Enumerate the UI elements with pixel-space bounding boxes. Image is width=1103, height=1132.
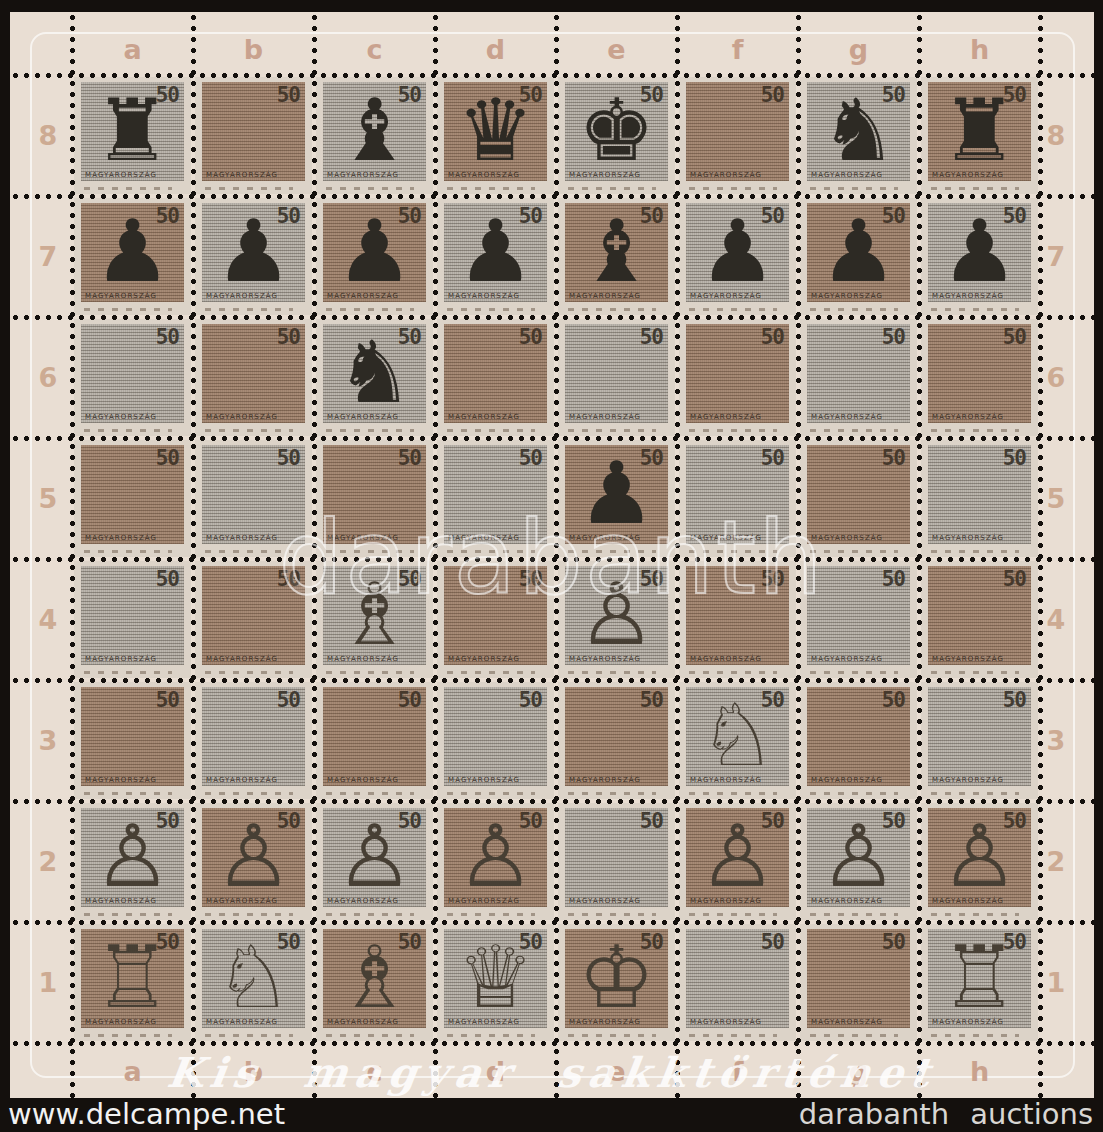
micro-text-line: [810, 1034, 898, 1037]
file-label-top-b: b: [193, 25, 314, 75]
square-f2: 50♙MAGYARORSZÁG: [677, 801, 798, 922]
micro-text-line: [931, 1034, 1019, 1037]
denomination-label: 50: [519, 569, 542, 590]
micro-text-line: [689, 187, 777, 190]
square-a6: 50MAGYARORSZÁG: [72, 317, 193, 438]
stamp-print-h7: 50♟MAGYARORSZÁG: [928, 203, 1031, 302]
file-label-bottom-a: a: [72, 1047, 193, 1097]
denomination-label: 50: [277, 448, 300, 469]
perf-line-horizontal-6: [10, 798, 1094, 805]
country-label: MAGYARORSZÁG: [811, 1018, 883, 1026]
square-h3: 50MAGYARORSZÁG: [919, 680, 1040, 801]
stamp-print-d1: 50♕MAGYARORSZÁG: [444, 929, 547, 1028]
square-f7: 50♟MAGYARORSZÁG: [677, 196, 798, 317]
country-label: MAGYARORSZÁG: [690, 171, 762, 179]
piece-a2: ♙: [94, 813, 171, 899]
country-label: MAGYARORSZÁG: [448, 292, 520, 300]
denomination-label: 50: [882, 569, 905, 590]
square-g5: 50MAGYARORSZÁG: [798, 438, 919, 559]
square-d7: 50♟MAGYARORSZÁG: [435, 196, 556, 317]
stamp-e5: 50♟MAGYARORSZÁG: [558, 440, 675, 557]
stamp-g4: 50MAGYARORSZÁG: [800, 561, 917, 678]
micro-text-line: [447, 1034, 535, 1037]
stamp-print-a8: 50♜MAGYARORSZÁG: [81, 82, 184, 181]
stamp-a6: 50MAGYARORSZÁG: [74, 319, 191, 436]
square-a7: 50♟MAGYARORSZÁG: [72, 196, 193, 317]
square-b2: 50♙MAGYARORSZÁG: [193, 801, 314, 922]
country-label: MAGYARORSZÁG: [327, 534, 399, 542]
stamp-b4: 50MAGYARORSZÁG: [195, 561, 312, 678]
stamp-e4: 50♙MAGYARORSZÁG: [558, 561, 675, 678]
square-a5: 50MAGYARORSZÁG: [72, 438, 193, 559]
stamp-c6: 50♞MAGYARORSZÁG: [316, 319, 433, 436]
micro-text-line: [931, 429, 1019, 432]
micro-text-line: [810, 550, 898, 553]
stamp-print-f3: 50♘MAGYARORSZÁG: [686, 687, 789, 786]
stamp-c3: 50MAGYARORSZÁG: [316, 682, 433, 799]
perf-line-vertical-0: [69, 12, 76, 1098]
country-label: MAGYARORSZÁG: [932, 171, 1004, 179]
micro-text-line: [689, 913, 777, 916]
stamp-h7: 50♟MAGYARORSZÁG: [921, 198, 1038, 315]
file-label-top-d: d: [435, 25, 556, 75]
stamp-c2: 50♙MAGYARORSZÁG: [316, 803, 433, 920]
micro-text-line: [205, 308, 293, 311]
square-d6: 50MAGYARORSZÁG: [435, 317, 556, 438]
piece-c7: ♟: [336, 208, 413, 294]
stamp-d1: 50♕MAGYARORSZÁG: [437, 924, 554, 1041]
micro-text-line: [447, 308, 535, 311]
stamp-d7: 50♟MAGYARORSZÁG: [437, 198, 554, 315]
micro-text-line: [931, 550, 1019, 553]
piece-f3: ♘: [699, 692, 776, 778]
micro-text-line: [568, 1034, 656, 1037]
piece-e1: ♔: [578, 934, 655, 1020]
micro-text-line: [326, 308, 414, 311]
rank-label-left-4: 4: [26, 559, 70, 680]
country-label: MAGYARORSZÁG: [690, 776, 762, 784]
country-label: MAGYARORSZÁG: [448, 171, 520, 179]
stamp-b6: 50MAGYARORSZÁG: [195, 319, 312, 436]
rank-label-left-5: 5: [26, 438, 70, 559]
country-label: MAGYARORSZÁG: [811, 897, 883, 905]
stamp-print-f5: 50MAGYARORSZÁG: [686, 445, 789, 544]
square-a8: 50♜MAGYARORSZÁG: [72, 75, 193, 196]
micro-text-line: [447, 913, 535, 916]
denomination-label: 50: [1003, 690, 1026, 711]
stamp-print-d6: 50MAGYARORSZÁG: [444, 324, 547, 423]
stamp-print-d2: 50♙MAGYARORSZÁG: [444, 808, 547, 907]
country-label: MAGYARORSZÁG: [932, 655, 1004, 663]
rank-label-left-3: 3: [26, 680, 70, 801]
micro-text-line: [84, 671, 172, 674]
stamp-print-b4: 50MAGYARORSZÁG: [202, 566, 305, 665]
denomination-label: 50: [1003, 569, 1026, 590]
country-label: MAGYARORSZÁG: [932, 413, 1004, 421]
country-label: MAGYARORSZÁG: [327, 292, 399, 300]
perf-line-vertical-7: [916, 12, 923, 1098]
stamp-print-c4: 50♗MAGYARORSZÁG: [323, 566, 426, 665]
stamp-print-a1: 50♖MAGYARORSZÁG: [81, 929, 184, 1028]
stamp-print-g7: 50♟MAGYARORSZÁG: [807, 203, 910, 302]
rank-label-left-1: 1: [26, 922, 70, 1043]
denomination-label: 50: [882, 932, 905, 953]
square-h8: 50♜MAGYARORSZÁG: [919, 75, 1040, 196]
country-label: MAGYARORSZÁG: [206, 413, 278, 421]
piece-f7: ♟: [699, 208, 776, 294]
square-b4: 50MAGYARORSZÁG: [193, 559, 314, 680]
square-a1: 50♖MAGYARORSZÁG: [72, 922, 193, 1043]
square-g4: 50MAGYARORSZÁG: [798, 559, 919, 680]
country-label: MAGYARORSZÁG: [206, 897, 278, 905]
square-h2: 50♙MAGYARORSZÁG: [919, 801, 1040, 922]
country-label: MAGYARORSZÁG: [85, 534, 157, 542]
denomination-label: 50: [882, 690, 905, 711]
denomination-label: 50: [761, 569, 784, 590]
country-label: MAGYARORSZÁG: [811, 655, 883, 663]
square-d8: 50♛MAGYARORSZÁG: [435, 75, 556, 196]
square-g7: 50♟MAGYARORSZÁG: [798, 196, 919, 317]
stamp-g2: 50♙MAGYARORSZÁG: [800, 803, 917, 920]
square-e8: 50♚MAGYARORSZÁG: [556, 75, 677, 196]
square-a3: 50MAGYARORSZÁG: [72, 680, 193, 801]
perf-line-vertical-6: [795, 12, 802, 1098]
square-b3: 50MAGYARORSZÁG: [193, 680, 314, 801]
micro-text-line: [447, 429, 535, 432]
stamp-print-e8: 50♚MAGYARORSZÁG: [565, 82, 668, 181]
stamp-e3: 50MAGYARORSZÁG: [558, 682, 675, 799]
micro-text-line: [568, 187, 656, 190]
stamp-d6: 50MAGYARORSZÁG: [437, 319, 554, 436]
stamp-e2: 50MAGYARORSZÁG: [558, 803, 675, 920]
stamp-print-a3: 50MAGYARORSZÁG: [81, 687, 184, 786]
country-label: MAGYARORSZÁG: [811, 413, 883, 421]
square-e3: 50MAGYARORSZÁG: [556, 680, 677, 801]
piece-b1: ♘: [215, 934, 292, 1020]
square-g2: 50♙MAGYARORSZÁG: [798, 801, 919, 922]
stamp-print-g1: 50MAGYARORSZÁG: [807, 929, 910, 1028]
file-label-bottom-c: c: [314, 1047, 435, 1097]
stamp-c1: 50♗MAGYARORSZÁG: [316, 924, 433, 1041]
rank-label-left-8: 8: [26, 75, 70, 196]
piece-c2: ♙: [336, 813, 413, 899]
piece-d2: ♙: [457, 813, 534, 899]
micro-text-line: [689, 792, 777, 795]
stamp-g1: 50MAGYARORSZÁG: [800, 924, 917, 1041]
denomination-label: 50: [640, 327, 663, 348]
country-label: MAGYARORSZÁG: [932, 292, 1004, 300]
micro-text-line: [810, 792, 898, 795]
square-c7: 50♟MAGYARORSZÁG: [314, 196, 435, 317]
micro-text-line: [84, 550, 172, 553]
perf-line-vertical-5: [674, 12, 681, 1098]
micro-text-line: [326, 550, 414, 553]
stamp-h2: 50♙MAGYARORSZÁG: [921, 803, 1038, 920]
stamp-a7: 50♟MAGYARORSZÁG: [74, 198, 191, 315]
country-label: MAGYARORSZÁG: [569, 1018, 641, 1026]
stamp-f7: 50♟MAGYARORSZÁG: [679, 198, 796, 315]
stamp-g7: 50♟MAGYARORSZÁG: [800, 198, 917, 315]
piece-g8: ♞: [820, 87, 897, 173]
micro-text-line: [447, 792, 535, 795]
micro-text-line: [810, 308, 898, 311]
denomination-label: 50: [1003, 448, 1026, 469]
square-e2: 50MAGYARORSZÁG: [556, 801, 677, 922]
country-label: MAGYARORSZÁG: [690, 292, 762, 300]
micro-text-line: [689, 308, 777, 311]
micro-text-line: [931, 308, 1019, 311]
stamp-print-b6: 50MAGYARORSZÁG: [202, 324, 305, 423]
country-label: MAGYARORSZÁG: [569, 897, 641, 905]
perf-line-horizontal-0: [10, 72, 1094, 79]
micro-text-line: [810, 671, 898, 674]
square-h4: 50MAGYARORSZÁG: [919, 559, 1040, 680]
stamp-h8: 50♜MAGYARORSZÁG: [921, 77, 1038, 194]
file-label-top-e: e: [556, 25, 677, 75]
micro-text-line: [931, 913, 1019, 916]
square-e7: 50♝MAGYARORSZÁG: [556, 196, 677, 317]
stamp-print-a5: 50MAGYARORSZÁG: [81, 445, 184, 544]
file-label-bottom-f: f: [677, 1047, 798, 1097]
denomination-label: 50: [640, 690, 663, 711]
piece-a1: ♖: [94, 934, 171, 1020]
country-label: MAGYARORSZÁG: [690, 1018, 762, 1026]
stamp-print-d5: 50MAGYARORSZÁG: [444, 445, 547, 544]
denomination-label: 50: [519, 448, 542, 469]
country-label: MAGYARORSZÁG: [206, 171, 278, 179]
stamp-print-d8: 50♛MAGYARORSZÁG: [444, 82, 547, 181]
denomination-label: 50: [882, 448, 905, 469]
micro-text-line: [205, 429, 293, 432]
piece-a8: ♜: [94, 87, 171, 173]
piece-h2: ♙: [941, 813, 1018, 899]
stamp-print-c3: 50MAGYARORSZÁG: [323, 687, 426, 786]
country-label: MAGYARORSZÁG: [206, 292, 278, 300]
piece-d8: ♛: [457, 87, 534, 173]
stamp-print-h3: 50MAGYARORSZÁG: [928, 687, 1031, 786]
country-label: MAGYARORSZÁG: [690, 413, 762, 421]
square-c5: 50MAGYARORSZÁG: [314, 438, 435, 559]
stamp-print-h4: 50MAGYARORSZÁG: [928, 566, 1031, 665]
perf-line-horizontal-5: [10, 677, 1094, 684]
stamp-b5: 50MAGYARORSZÁG: [195, 440, 312, 557]
perf-line-horizontal-8: [10, 1040, 1094, 1047]
square-f1: 50MAGYARORSZÁG: [677, 922, 798, 1043]
country-label: MAGYARORSZÁG: [690, 897, 762, 905]
stamp-print-h5: 50MAGYARORSZÁG: [928, 445, 1031, 544]
micro-text-line: [84, 429, 172, 432]
perf-line-vertical-8: [1037, 12, 1044, 1098]
micro-text-line: [810, 913, 898, 916]
square-e1: 50♔MAGYARORSZÁG: [556, 922, 677, 1043]
stamp-print-c8: 50♝MAGYARORSZÁG: [323, 82, 426, 181]
country-label: MAGYARORSZÁG: [448, 897, 520, 905]
stamp-b2: 50♙MAGYARORSZÁG: [195, 803, 312, 920]
micro-text-line: [568, 550, 656, 553]
stamp-e8: 50♚MAGYARORSZÁG: [558, 77, 675, 194]
country-label: MAGYARORSZÁG: [811, 776, 883, 784]
country-label: MAGYARORSZÁG: [206, 655, 278, 663]
denomination-label: 50: [398, 448, 421, 469]
square-e5: 50♟MAGYARORSZÁG: [556, 438, 677, 559]
stamp-print-e4: 50♙MAGYARORSZÁG: [565, 566, 668, 665]
country-label: MAGYARORSZÁG: [569, 413, 641, 421]
perf-line-horizontal-3: [10, 435, 1094, 442]
country-label: MAGYARORSZÁG: [85, 1018, 157, 1026]
stamp-print-a4: 50MAGYARORSZÁG: [81, 566, 184, 665]
country-label: MAGYARORSZÁG: [85, 655, 157, 663]
micro-text-line: [84, 187, 172, 190]
micro-text-line: [205, 187, 293, 190]
country-label: MAGYARORSZÁG: [327, 1018, 399, 1026]
perf-line-horizontal-4: [10, 556, 1094, 563]
stamp-g8: 50♞MAGYARORSZÁG: [800, 77, 917, 194]
stamp-print-d3: 50MAGYARORSZÁG: [444, 687, 547, 786]
country-label: MAGYARORSZÁG: [569, 292, 641, 300]
denomination-label: 50: [1003, 327, 1026, 348]
stamp-print-e3: 50MAGYARORSZÁG: [565, 687, 668, 786]
stamp-f4: 50MAGYARORSZÁG: [679, 561, 796, 678]
stamp-print-f6: 50MAGYARORSZÁG: [686, 324, 789, 423]
piece-h8: ♜: [941, 87, 1018, 173]
rank-label-left-6: 6: [26, 317, 70, 438]
country-label: MAGYARORSZÁG: [932, 897, 1004, 905]
micro-text-line: [326, 187, 414, 190]
square-f4: 50MAGYARORSZÁG: [677, 559, 798, 680]
square-b8: 50MAGYARORSZÁG: [193, 75, 314, 196]
country-label: MAGYARORSZÁG: [85, 171, 157, 179]
square-d3: 50MAGYARORSZÁG: [435, 680, 556, 801]
stamp-print-g8: 50♞MAGYARORSZÁG: [807, 82, 910, 181]
denomination-label: 50: [882, 327, 905, 348]
stamp-d4: 50MAGYARORSZÁG: [437, 561, 554, 678]
square-e4: 50♙MAGYARORSZÁG: [556, 559, 677, 680]
square-d1: 50♕MAGYARORSZÁG: [435, 922, 556, 1043]
perf-line-vertical-3: [432, 12, 439, 1098]
country-label: MAGYARORSZÁG: [690, 655, 762, 663]
stamp-print-b1: 50♘MAGYARORSZÁG: [202, 929, 305, 1028]
stamp-print-e7: 50♝MAGYARORSZÁG: [565, 203, 668, 302]
denomination-label: 50: [277, 327, 300, 348]
square-b1: 50♘MAGYARORSZÁG: [193, 922, 314, 1043]
denomination-label: 50: [277, 690, 300, 711]
micro-text-line: [84, 1034, 172, 1037]
square-g6: 50MAGYARORSZÁG: [798, 317, 919, 438]
country-label: MAGYARORSZÁG: [811, 534, 883, 542]
denomination-label: 50: [761, 327, 784, 348]
stamp-print-e1: 50♔MAGYARORSZÁG: [565, 929, 668, 1028]
square-f8: 50MAGYARORSZÁG: [677, 75, 798, 196]
perf-line-horizontal-1: [10, 193, 1094, 200]
stamp-f3: 50♘MAGYARORSZÁG: [679, 682, 796, 799]
square-b7: 50♟MAGYARORSZÁG: [193, 196, 314, 317]
stamp-print-b3: 50MAGYARORSZÁG: [202, 687, 305, 786]
auction-photo-background: abcdefgh abcdefgh 87654321 87654321 50♜M…: [0, 0, 1103, 1132]
country-label: MAGYARORSZÁG: [811, 292, 883, 300]
denomination-label: 50: [398, 690, 421, 711]
stamp-f1: 50MAGYARORSZÁG: [679, 924, 796, 1041]
piece-d1: ♕: [457, 934, 534, 1020]
stamp-e1: 50♔MAGYARORSZÁG: [558, 924, 675, 1041]
stamp-f6: 50MAGYARORSZÁG: [679, 319, 796, 436]
square-c8: 50♝MAGYARORSZÁG: [314, 75, 435, 196]
stamp-h6: 50MAGYARORSZÁG: [921, 319, 1038, 436]
stamp-c4: 50♗MAGYARORSZÁG: [316, 561, 433, 678]
micro-text-line: [84, 308, 172, 311]
country-label: MAGYARORSZÁG: [448, 413, 520, 421]
micro-text-line: [689, 671, 777, 674]
square-e6: 50MAGYARORSZÁG: [556, 317, 677, 438]
file-label-bottom-h: h: [919, 1047, 1040, 1097]
stamp-print-f4: 50MAGYARORSZÁG: [686, 566, 789, 665]
denomination-label: 50: [156, 327, 179, 348]
micro-text-line: [205, 1034, 293, 1037]
stamp-print-h6: 50MAGYARORSZÁG: [928, 324, 1031, 423]
micro-text-line: [205, 550, 293, 553]
micro-text-line: [205, 913, 293, 916]
piece-d7: ♟: [457, 208, 534, 294]
piece-b7: ♟: [215, 208, 292, 294]
square-c2: 50♙MAGYARORSZÁG: [314, 801, 435, 922]
piece-e8: ♚: [578, 87, 655, 173]
micro-text-line: [931, 187, 1019, 190]
stamp-print-d4: 50MAGYARORSZÁG: [444, 566, 547, 665]
micro-text-line: [931, 671, 1019, 674]
stamp-d5: 50MAGYARORSZÁG: [437, 440, 554, 557]
piece-a7: ♟: [94, 208, 171, 294]
square-h1: 50♖MAGYARORSZÁG: [919, 922, 1040, 1043]
watermark-darabanth-auctions: darabanth auctions: [799, 1097, 1093, 1131]
square-c1: 50♗MAGYARORSZÁG: [314, 922, 435, 1043]
micro-text-line: [568, 671, 656, 674]
stamp-print-g5: 50MAGYARORSZÁG: [807, 445, 910, 544]
square-d4: 50MAGYARORSZÁG: [435, 559, 556, 680]
micro-text-line: [447, 187, 535, 190]
country-label: MAGYARORSZÁG: [327, 413, 399, 421]
stamp-sheet: abcdefgh abcdefgh 87654321 87654321 50♜M…: [10, 12, 1094, 1098]
piece-g2: ♙: [820, 813, 897, 899]
square-b5: 50MAGYARORSZÁG: [193, 438, 314, 559]
stamp-e7: 50♝MAGYARORSZÁG: [558, 198, 675, 315]
piece-h1: ♖: [941, 934, 1018, 1020]
square-a2: 50♙MAGYARORSZÁG: [72, 801, 193, 922]
stamp-print-f7: 50♟MAGYARORSZÁG: [686, 203, 789, 302]
stamp-f2: 50♙MAGYARORSZÁG: [679, 803, 796, 920]
micro-text-line: [205, 671, 293, 674]
square-b6: 50MAGYARORSZÁG: [193, 317, 314, 438]
square-c3: 50MAGYARORSZÁG: [314, 680, 435, 801]
stamp-print-a7: 50♟MAGYARORSZÁG: [81, 203, 184, 302]
country-label: MAGYARORSZÁG: [569, 655, 641, 663]
micro-text-line: [810, 429, 898, 432]
country-label: MAGYARORSZÁG: [448, 1018, 520, 1026]
micro-text-line: [326, 1034, 414, 1037]
stamp-print-e5: 50♟MAGYARORSZÁG: [565, 445, 668, 544]
piece-g7: ♟: [820, 208, 897, 294]
stamp-h3: 50MAGYARORSZÁG: [921, 682, 1038, 799]
stamp-print-f1: 50MAGYARORSZÁG: [686, 929, 789, 1028]
micro-text-line: [326, 913, 414, 916]
denomination-label: 50: [277, 85, 300, 106]
stamp-print-g6: 50MAGYARORSZÁG: [807, 324, 910, 423]
perf-line-horizontal-2: [10, 314, 1094, 321]
stamp-print-b7: 50♟MAGYARORSZÁG: [202, 203, 305, 302]
stamp-a8: 50♜MAGYARORSZÁG: [74, 77, 191, 194]
micro-text-line: [447, 550, 535, 553]
country-label: MAGYARORSZÁG: [85, 413, 157, 421]
watermark-delcampe: www.delcampe.net: [8, 1097, 285, 1131]
stamp-g3: 50MAGYARORSZÁG: [800, 682, 917, 799]
